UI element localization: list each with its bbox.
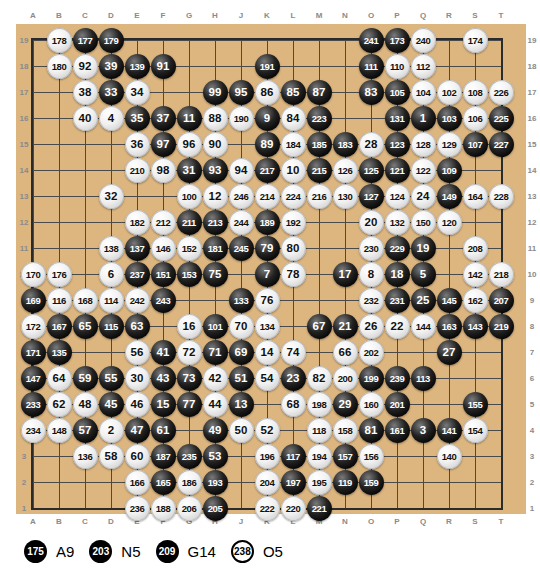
- stone-L16: 84: [281, 106, 306, 131]
- stone-A8: 172: [21, 314, 46, 339]
- caption-stone-209: 209: [156, 540, 179, 563]
- stone-N4: 158: [333, 418, 358, 443]
- caption-stone-238: 238: [231, 540, 254, 563]
- coord-label-left: 2: [22, 478, 26, 487]
- coord-label-right: 8: [530, 322, 534, 331]
- stone-Q11: 19: [411, 236, 436, 261]
- stone-D13: 32: [99, 184, 124, 209]
- caption-point-label: G14: [188, 543, 216, 560]
- stone-H1: 205: [203, 496, 228, 521]
- stone-K11: 79: [255, 236, 280, 261]
- stone-K4: 52: [255, 418, 280, 443]
- stone-B9: 116: [47, 288, 72, 313]
- stone-H3: 53: [203, 444, 228, 469]
- stone-R9: 145: [437, 288, 462, 313]
- stone-S5: 155: [463, 392, 488, 417]
- stone-M8: 67: [307, 314, 332, 339]
- stone-N6: 200: [333, 366, 358, 391]
- stone-R15: 129: [437, 132, 462, 157]
- coord-label-right: 6: [530, 374, 534, 383]
- stone-Q13: 24: [411, 184, 436, 209]
- stone-F11: 146: [151, 236, 176, 261]
- stone-K3: 196: [255, 444, 280, 469]
- stone-L13: 224: [281, 184, 306, 209]
- coord-label-right: 13: [528, 192, 537, 201]
- stone-D10: 6: [99, 262, 124, 287]
- stone-O14: 125: [359, 158, 384, 183]
- stone-Q12: 150: [411, 210, 436, 235]
- stone-D4: 2: [99, 418, 124, 443]
- stone-O17: 83: [359, 80, 384, 105]
- stone-F1: 188: [151, 496, 176, 521]
- stone-K17: 86: [255, 80, 280, 105]
- stone-K18: 191: [255, 54, 280, 79]
- stone-L11: 80: [281, 236, 306, 261]
- stone-F10: 151: [151, 262, 176, 287]
- stone-O2: 159: [359, 470, 384, 495]
- coord-label-right: 10: [528, 270, 537, 279]
- stone-H10: 75: [203, 262, 228, 287]
- stone-L7: 74: [281, 340, 306, 365]
- stone-Q17: 104: [411, 80, 436, 105]
- stone-O7: 202: [359, 340, 384, 365]
- stone-O19: 241: [359, 28, 384, 53]
- caption-point-label: O5: [263, 543, 283, 560]
- coord-label-left: 16: [20, 114, 29, 123]
- stone-L5: 68: [281, 392, 306, 417]
- stone-M17: 87: [307, 80, 332, 105]
- stone-J6: 51: [229, 366, 254, 391]
- coord-label-right: 17: [528, 88, 537, 97]
- coord-label-right: 2: [530, 478, 534, 487]
- stone-G16: 11: [177, 106, 202, 131]
- stone-A5: 233: [21, 392, 46, 417]
- stone-E8: 63: [125, 314, 150, 339]
- stone-E9: 242: [125, 288, 150, 313]
- coord-label-bottom: S: [472, 517, 477, 526]
- stone-Q10: 5: [411, 262, 436, 287]
- stone-H7: 71: [203, 340, 228, 365]
- stone-D16: 4: [99, 106, 124, 131]
- stone-S8: 143: [463, 314, 488, 339]
- go-kifu-diagram: AABBCCDDEEFFGGHHJJKKLLMMNNOOPPQQRRSSTT19…: [0, 0, 540, 577]
- coord-label-top: E: [134, 11, 139, 20]
- stone-T9: 207: [489, 288, 514, 313]
- coord-label-top: Q: [420, 11, 426, 20]
- coord-label-left: 18: [20, 62, 29, 71]
- stone-O18: 111: [359, 54, 384, 79]
- caption-point-label: N5: [121, 543, 140, 560]
- stone-Q19: 240: [411, 28, 436, 53]
- stone-B5: 62: [47, 392, 72, 417]
- stone-M1: 221: [307, 496, 332, 521]
- stone-R14: 109: [437, 158, 462, 183]
- stone-N10: 17: [333, 262, 358, 287]
- stone-Q18: 112: [411, 54, 436, 79]
- stone-Q4: 3: [411, 418, 436, 443]
- stone-K14: 217: [255, 158, 280, 183]
- stone-H12: 213: [203, 210, 228, 235]
- caption-stone-203: 203: [89, 540, 112, 563]
- stone-S13: 164: [463, 184, 488, 209]
- stone-M5: 198: [307, 392, 332, 417]
- stone-H5: 44: [203, 392, 228, 417]
- stone-M16: 223: [307, 106, 332, 131]
- coord-label-right: 5: [530, 400, 534, 409]
- stone-M15: 185: [307, 132, 332, 157]
- stone-E10: 237: [125, 262, 150, 287]
- stone-C4: 57: [73, 418, 98, 443]
- stone-D3: 58: [99, 444, 124, 469]
- stone-P8: 22: [385, 314, 410, 339]
- stone-J7: 69: [229, 340, 254, 365]
- stone-G7: 72: [177, 340, 202, 365]
- coord-label-top: O: [368, 11, 374, 20]
- stone-K8: 134: [255, 314, 280, 339]
- stone-P9: 231: [385, 288, 410, 313]
- stone-S17: 108: [463, 80, 488, 105]
- stone-G12: 211: [177, 210, 202, 235]
- stone-J8: 70: [229, 314, 254, 339]
- stone-A6: 147: [21, 366, 46, 391]
- stone-P17: 105: [385, 80, 410, 105]
- stone-N13: 130: [333, 184, 358, 209]
- stone-J9: 133: [229, 288, 254, 313]
- stone-F9: 243: [151, 288, 176, 313]
- coord-label-bottom: C: [82, 517, 88, 526]
- stone-B10: 176: [47, 262, 72, 287]
- stone-C5: 48: [73, 392, 98, 417]
- stone-T16: 225: [489, 106, 514, 131]
- stone-E17: 34: [125, 80, 150, 105]
- stone-D8: 115: [99, 314, 124, 339]
- coord-label-left: 15: [20, 140, 29, 149]
- stone-O6: 199: [359, 366, 384, 391]
- stone-N14: 126: [333, 158, 358, 183]
- stone-D6: 55: [99, 366, 124, 391]
- coord-label-top: H: [212, 11, 218, 20]
- stone-P13: 124: [385, 184, 410, 209]
- stone-J5: 13: [229, 392, 254, 417]
- stone-P15: 123: [385, 132, 410, 157]
- stone-G3: 235: [177, 444, 202, 469]
- stone-F16: 37: [151, 106, 176, 131]
- stone-D19: 179: [99, 28, 124, 53]
- coord-label-bottom: O: [368, 517, 374, 526]
- stone-O15: 28: [359, 132, 384, 157]
- stone-L14: 10: [281, 158, 306, 183]
- stone-P19: 173: [385, 28, 410, 53]
- coord-label-bottom: R: [446, 517, 452, 526]
- stone-O3: 156: [359, 444, 384, 469]
- stone-D17: 33: [99, 80, 124, 105]
- stone-P18: 110: [385, 54, 410, 79]
- stone-J4: 50: [229, 418, 254, 443]
- stone-S10: 142: [463, 262, 488, 287]
- coord-label-top: S: [472, 11, 477, 20]
- stone-H17: 99: [203, 80, 228, 105]
- stone-E14: 210: [125, 158, 150, 183]
- coord-label-top: T: [499, 11, 504, 20]
- stone-J14: 94: [229, 158, 254, 183]
- coord-label-right: 16: [528, 114, 537, 123]
- coord-label-left: 12: [20, 218, 29, 227]
- coord-label-bottom: B: [56, 517, 62, 526]
- stone-R12: 120: [437, 210, 462, 235]
- stone-L6: 23: [281, 366, 306, 391]
- stone-N3: 157: [333, 444, 358, 469]
- stone-R13: 149: [437, 184, 462, 209]
- stone-E4: 47: [125, 418, 150, 443]
- stone-P11: 229: [385, 236, 410, 261]
- stone-E16: 35: [125, 106, 150, 131]
- stone-O11: 230: [359, 236, 384, 261]
- stone-A4: 234: [21, 418, 46, 443]
- coord-label-left: 14: [20, 166, 29, 175]
- stone-R17: 102: [437, 80, 462, 105]
- stone-E18: 139: [125, 54, 150, 79]
- coord-label-top: F: [161, 11, 166, 20]
- stone-Q16: 1: [411, 106, 436, 131]
- stone-C9: 168: [73, 288, 98, 313]
- coord-label-right: 15: [528, 140, 537, 149]
- stone-D18: 39: [99, 54, 124, 79]
- stone-K2: 204: [255, 470, 280, 495]
- stone-Q15: 128: [411, 132, 436, 157]
- stone-O8: 26: [359, 314, 384, 339]
- stone-H16: 88: [203, 106, 228, 131]
- stone-K10: 7: [255, 262, 280, 287]
- stone-F2: 165: [151, 470, 176, 495]
- stone-T8: 219: [489, 314, 514, 339]
- coord-label-left: 1: [22, 504, 26, 513]
- stone-S9: 162: [463, 288, 488, 313]
- coord-label-bottom: D: [108, 517, 114, 526]
- stone-G8: 16: [177, 314, 202, 339]
- stone-R8: 163: [437, 314, 462, 339]
- coord-label-top: R: [446, 11, 452, 20]
- coord-label-bottom: T: [499, 517, 504, 526]
- stone-S16: 106: [463, 106, 488, 131]
- stone-L10: 78: [281, 262, 306, 287]
- stone-H14: 93: [203, 158, 228, 183]
- stone-J11: 245: [229, 236, 254, 261]
- stone-P10: 18: [385, 262, 410, 287]
- coord-label-top: N: [342, 11, 348, 20]
- stone-M13: 216: [307, 184, 332, 209]
- coord-label-right: 9: [530, 296, 534, 305]
- stone-F3: 187: [151, 444, 176, 469]
- coord-label-top: M: [316, 11, 323, 20]
- stone-L17: 85: [281, 80, 306, 105]
- coord-label-top: L: [291, 11, 296, 20]
- stone-M4: 118: [307, 418, 332, 443]
- caption-stone-175: 175: [24, 540, 47, 563]
- stone-D11: 138: [99, 236, 124, 261]
- stone-B19: 178: [47, 28, 72, 53]
- stone-Q8: 144: [411, 314, 436, 339]
- stone-C8: 65: [73, 314, 98, 339]
- stone-P14: 121: [385, 158, 410, 183]
- stone-H11: 181: [203, 236, 228, 261]
- stone-G6: 73: [177, 366, 202, 391]
- stone-T10: 218: [489, 262, 514, 287]
- stone-C18: 92: [73, 54, 98, 79]
- coord-label-top: J: [239, 11, 243, 20]
- stone-H6: 42: [203, 366, 228, 391]
- stone-C19: 177: [73, 28, 98, 53]
- stone-E6: 30: [125, 366, 150, 391]
- stone-O13: 127: [359, 184, 384, 209]
- stone-G10: 153: [177, 262, 202, 287]
- stone-A7: 171: [21, 340, 46, 365]
- stone-P5: 201: [385, 392, 410, 417]
- stone-E12: 182: [125, 210, 150, 235]
- stone-M6: 82: [307, 366, 332, 391]
- stone-J13: 246: [229, 184, 254, 209]
- stone-N15: 183: [333, 132, 358, 157]
- stone-Q6: 113: [411, 366, 436, 391]
- stone-D9: 114: [99, 288, 124, 313]
- coord-label-left: 17: [20, 88, 29, 97]
- coord-label-top: D: [108, 11, 114, 20]
- coord-label-top: K: [264, 11, 270, 20]
- coord-label-left: 19: [20, 36, 29, 45]
- coord-label-left: 11: [20, 244, 28, 253]
- stone-R7: 27: [437, 340, 462, 365]
- stone-K13: 214: [255, 184, 280, 209]
- stone-L2: 197: [281, 470, 306, 495]
- stone-C3: 136: [73, 444, 98, 469]
- stone-K6: 54: [255, 366, 280, 391]
- coord-label-left: 13: [20, 192, 29, 201]
- stone-K15: 89: [255, 132, 280, 157]
- stone-O12: 20: [359, 210, 384, 235]
- coord-label-top: P: [394, 11, 399, 20]
- stone-K16: 9: [255, 106, 280, 131]
- stone-K1: 222: [255, 496, 280, 521]
- stone-M2: 195: [307, 470, 332, 495]
- stone-O9: 232: [359, 288, 384, 313]
- coord-label-right: 11: [528, 244, 536, 253]
- coord-label-right: 7: [530, 348, 534, 357]
- stone-G13: 100: [177, 184, 202, 209]
- caption-point-label: A9: [56, 543, 74, 560]
- coord-label-top: A: [30, 11, 36, 20]
- stone-B4: 148: [47, 418, 72, 443]
- stone-H2: 193: [203, 470, 228, 495]
- coord-label-top: C: [82, 11, 88, 20]
- stone-F12: 212: [151, 210, 176, 235]
- stone-L3: 117: [281, 444, 306, 469]
- stone-N5: 29: [333, 392, 358, 417]
- stone-C16: 40: [73, 106, 98, 131]
- stone-K7: 14: [255, 340, 280, 365]
- stone-G15: 96: [177, 132, 202, 157]
- stone-L12: 192: [281, 210, 306, 235]
- stone-G1: 206: [177, 496, 202, 521]
- stone-F6: 43: [151, 366, 176, 391]
- stone-H8: 101: [203, 314, 228, 339]
- stone-E3: 60: [125, 444, 150, 469]
- stone-T13: 228: [489, 184, 514, 209]
- stone-R3: 140: [437, 444, 462, 469]
- stone-F14: 98: [151, 158, 176, 183]
- stone-L15: 184: [281, 132, 306, 157]
- stone-F18: 91: [151, 54, 176, 79]
- stone-B18: 180: [47, 54, 72, 79]
- stone-B7: 135: [47, 340, 72, 365]
- stone-P12: 132: [385, 210, 410, 235]
- stone-S19: 174: [463, 28, 488, 53]
- stone-T15: 227: [489, 132, 514, 157]
- stone-G11: 152: [177, 236, 202, 261]
- coord-label-bottom: P: [394, 517, 399, 526]
- stone-Q14: 122: [411, 158, 436, 183]
- stone-L1: 220: [281, 496, 306, 521]
- stone-O4: 81: [359, 418, 384, 443]
- goban-grid: AABBCCDDEEFFGGHHJJKKLLMMNNOOPPQQRRSSTT19…: [0, 0, 540, 540]
- stone-K12: 189: [255, 210, 280, 235]
- stone-N8: 21: [333, 314, 358, 339]
- stone-A9: 169: [21, 288, 46, 313]
- coord-label-right: 12: [528, 218, 537, 227]
- stone-B8: 167: [47, 314, 72, 339]
- stone-K9: 76: [255, 288, 280, 313]
- stone-G2: 186: [177, 470, 202, 495]
- stone-G14: 31: [177, 158, 202, 183]
- coord-label-right: 3: [530, 452, 534, 461]
- stone-H4: 49: [203, 418, 228, 443]
- stone-R16: 103: [437, 106, 462, 131]
- stone-O5: 160: [359, 392, 384, 417]
- stone-P4: 161: [385, 418, 410, 443]
- coord-label-right: 18: [528, 62, 537, 71]
- coord-label-bottom: A: [30, 517, 36, 526]
- stone-F7: 41: [151, 340, 176, 365]
- stone-D5: 45: [99, 392, 124, 417]
- coord-label-top: B: [56, 11, 62, 20]
- coord-label-right: 14: [528, 166, 537, 175]
- stone-F4: 61: [151, 418, 176, 443]
- stone-E5: 46: [125, 392, 150, 417]
- coord-label-right: 1: [530, 504, 534, 513]
- stone-R4: 141: [437, 418, 462, 443]
- caption-moves-bar: 175A9203N5209G14238O5: [24, 536, 289, 566]
- stone-H15: 90: [203, 132, 228, 157]
- stone-S15: 107: [463, 132, 488, 157]
- coord-label-right: 19: [528, 36, 537, 45]
- stone-G5: 77: [177, 392, 202, 417]
- coord-label-top: G: [186, 11, 192, 20]
- stone-J12: 244: [229, 210, 254, 235]
- stone-C17: 38: [73, 80, 98, 105]
- stone-N2: 119: [333, 470, 358, 495]
- stone-M14: 215: [307, 158, 332, 183]
- stone-Q9: 25: [411, 288, 436, 313]
- stone-E11: 137: [125, 236, 150, 261]
- stone-S11: 208: [463, 236, 488, 261]
- coord-label-bottom: J: [239, 517, 243, 526]
- coord-label-bottom: Q: [420, 517, 426, 526]
- coord-label-right: 4: [530, 426, 534, 435]
- stone-S4: 154: [463, 418, 488, 443]
- stone-J17: 95: [229, 80, 254, 105]
- stone-P16: 131: [385, 106, 410, 131]
- stone-E2: 166: [125, 470, 150, 495]
- stone-M3: 194: [307, 444, 332, 469]
- stone-E1: 236: [125, 496, 150, 521]
